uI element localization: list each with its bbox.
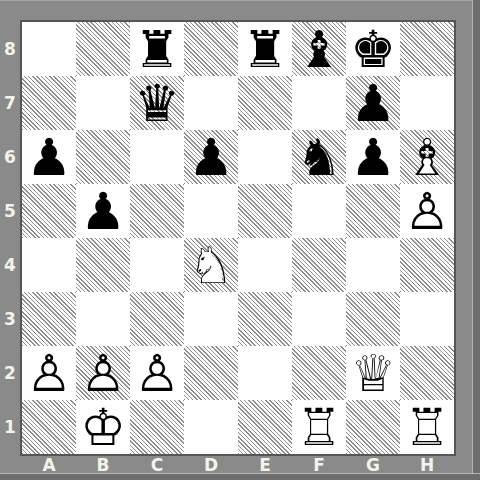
square-g6[interactable]: ♟ xyxy=(346,130,400,184)
rank-label-1: 1 xyxy=(0,400,20,454)
square-f3[interactable] xyxy=(292,292,346,346)
square-b2[interactable]: ♟♙ xyxy=(76,346,130,400)
black-pawn: ♟ xyxy=(76,184,130,238)
square-d7[interactable] xyxy=(184,76,238,130)
square-b3[interactable] xyxy=(76,292,130,346)
square-f1[interactable]: ♜♖ xyxy=(292,400,346,454)
white-pawn: ♟♙ xyxy=(22,346,76,400)
square-g3[interactable] xyxy=(346,292,400,346)
white-piece-outline: ♕ xyxy=(346,346,400,400)
square-b7[interactable] xyxy=(76,76,130,130)
square-a1[interactable] xyxy=(22,400,76,454)
rank-label-8: 8 xyxy=(0,22,20,76)
black-piece-glyph: ♜ xyxy=(130,22,184,76)
black-rook: ♜ xyxy=(238,22,292,76)
rank-label-3: 3 xyxy=(0,292,20,346)
black-piece-glyph: ♟ xyxy=(76,184,130,238)
black-bishop: ♝ xyxy=(292,22,346,76)
square-e6[interactable] xyxy=(238,130,292,184)
square-h6[interactable]: ♝♗ xyxy=(400,130,454,184)
square-a3[interactable] xyxy=(22,292,76,346)
black-piece-glyph: ♟ xyxy=(22,130,76,184)
square-e7[interactable] xyxy=(238,76,292,130)
white-rook: ♜♖ xyxy=(400,400,454,454)
white-bishop: ♝♗ xyxy=(400,130,454,184)
square-f6[interactable]: ♞ xyxy=(292,130,346,184)
rank-label-5: 5 xyxy=(0,184,20,238)
square-h8[interactable] xyxy=(400,22,454,76)
square-e2[interactable] xyxy=(238,346,292,400)
black-piece-glyph: ♟ xyxy=(346,76,400,130)
white-piece-outline: ♙ xyxy=(76,346,130,400)
square-g5[interactable] xyxy=(346,184,400,238)
square-c8[interactable]: ♜ xyxy=(130,22,184,76)
black-piece-glyph: ♟ xyxy=(184,130,238,184)
rank-label-6: 6 xyxy=(0,130,20,184)
square-h1[interactable]: ♜♖ xyxy=(400,400,454,454)
square-b1[interactable]: ♚♔ xyxy=(76,400,130,454)
file-label-e: E xyxy=(238,456,292,474)
black-pawn: ♟ xyxy=(346,130,400,184)
file-label-h: H xyxy=(400,456,454,474)
white-rook: ♜♖ xyxy=(292,400,346,454)
white-pawn: ♟♙ xyxy=(130,346,184,400)
frame-edge-bottom xyxy=(0,473,480,480)
square-f4[interactable] xyxy=(292,238,346,292)
file-label-d: D xyxy=(184,456,238,474)
frame-edge-right xyxy=(472,0,480,480)
square-h5[interactable]: ♟♙ xyxy=(400,184,454,238)
square-g8[interactable]: ♚ xyxy=(346,22,400,76)
square-g4[interactable] xyxy=(346,238,400,292)
square-g7[interactable]: ♟ xyxy=(346,76,400,130)
rank-label-2: 2 xyxy=(0,346,20,400)
frame-top-highlight xyxy=(0,0,480,1)
white-knight: ♞♘ xyxy=(184,238,238,292)
white-queen: ♛♕ xyxy=(346,346,400,400)
black-pawn: ♟ xyxy=(22,130,76,184)
black-knight: ♞ xyxy=(292,130,346,184)
square-b6[interactable] xyxy=(76,130,130,184)
square-d6[interactable]: ♟ xyxy=(184,130,238,184)
white-pawn: ♟♙ xyxy=(76,346,130,400)
file-label-c: C xyxy=(130,456,184,474)
square-a7[interactable] xyxy=(22,76,76,130)
square-a8[interactable] xyxy=(22,22,76,76)
square-c4[interactable] xyxy=(130,238,184,292)
black-piece-glyph: ♚ xyxy=(346,22,400,76)
square-c2[interactable]: ♟♙ xyxy=(130,346,184,400)
square-c1[interactable] xyxy=(130,400,184,454)
chess-board: ♜♜♝♚♛♟♟♟♞♟♝♗♟♟♙♞♘♟♙♟♙♟♙♛♕♚♔♜♖♜♖ xyxy=(20,20,456,456)
square-d8[interactable] xyxy=(184,22,238,76)
white-piece-outline: ♖ xyxy=(292,400,346,454)
white-piece-outline: ♖ xyxy=(400,400,454,454)
square-g1[interactable] xyxy=(346,400,400,454)
square-g2[interactable]: ♛♕ xyxy=(346,346,400,400)
square-c3[interactable] xyxy=(130,292,184,346)
square-c7[interactable]: ♛ xyxy=(130,76,184,130)
white-pawn: ♟♙ xyxy=(400,184,454,238)
square-d5[interactable] xyxy=(184,184,238,238)
square-d4[interactable]: ♞♘ xyxy=(184,238,238,292)
rank-label-7: 7 xyxy=(0,76,20,130)
square-h4[interactable] xyxy=(400,238,454,292)
file-label-a: A xyxy=(22,456,76,474)
square-c6[interactable] xyxy=(130,130,184,184)
square-f2[interactable] xyxy=(292,346,346,400)
square-b8[interactable] xyxy=(76,22,130,76)
white-piece-outline: ♗ xyxy=(400,130,454,184)
black-piece-glyph: ♞ xyxy=(292,130,346,184)
square-e4[interactable] xyxy=(238,238,292,292)
white-piece-outline: ♔ xyxy=(76,400,130,454)
square-e8[interactable]: ♜ xyxy=(238,22,292,76)
file-label-f: F xyxy=(292,456,346,474)
white-king: ♚♔ xyxy=(76,400,130,454)
rank-label-4: 4 xyxy=(0,238,20,292)
square-e1[interactable] xyxy=(238,400,292,454)
square-a6[interactable]: ♟ xyxy=(22,130,76,184)
square-b4[interactable] xyxy=(76,238,130,292)
square-d2[interactable] xyxy=(184,346,238,400)
square-a2[interactable]: ♟♙ xyxy=(22,346,76,400)
square-a5[interactable] xyxy=(22,184,76,238)
square-c5[interactable] xyxy=(130,184,184,238)
black-rook: ♜ xyxy=(130,22,184,76)
square-d1[interactable] xyxy=(184,400,238,454)
black-pawn: ♟ xyxy=(346,76,400,130)
white-piece-outline: ♙ xyxy=(130,346,184,400)
black-pawn: ♟ xyxy=(184,130,238,184)
chess-diagram: ♜♜♝♚♛♟♟♟♞♟♝♗♟♟♙♞♘♟♙♟♙♟♙♛♕♚♔♜♖♜♖ 87654321… xyxy=(0,0,480,480)
square-a4[interactable] xyxy=(22,238,76,292)
square-h3[interactable] xyxy=(400,292,454,346)
square-b5[interactable]: ♟ xyxy=(76,184,130,238)
white-piece-outline: ♙ xyxy=(400,184,454,238)
square-f7[interactable] xyxy=(292,76,346,130)
file-label-b: B xyxy=(76,456,130,474)
white-piece-outline: ♙ xyxy=(22,346,76,400)
black-piece-glyph: ♛ xyxy=(130,76,184,130)
black-piece-glyph: ♝ xyxy=(292,22,346,76)
black-queen: ♛ xyxy=(130,76,184,130)
black-king: ♚ xyxy=(346,22,400,76)
square-d3[interactable] xyxy=(184,292,238,346)
square-f5[interactable] xyxy=(292,184,346,238)
square-h2[interactable] xyxy=(400,346,454,400)
file-label-g: G xyxy=(346,456,400,474)
black-piece-glyph: ♜ xyxy=(238,22,292,76)
black-piece-glyph: ♟ xyxy=(346,130,400,184)
white-piece-outline: ♘ xyxy=(184,238,238,292)
square-e3[interactable] xyxy=(238,292,292,346)
square-e5[interactable] xyxy=(238,184,292,238)
square-f8[interactable]: ♝ xyxy=(292,22,346,76)
square-h7[interactable] xyxy=(400,76,454,130)
